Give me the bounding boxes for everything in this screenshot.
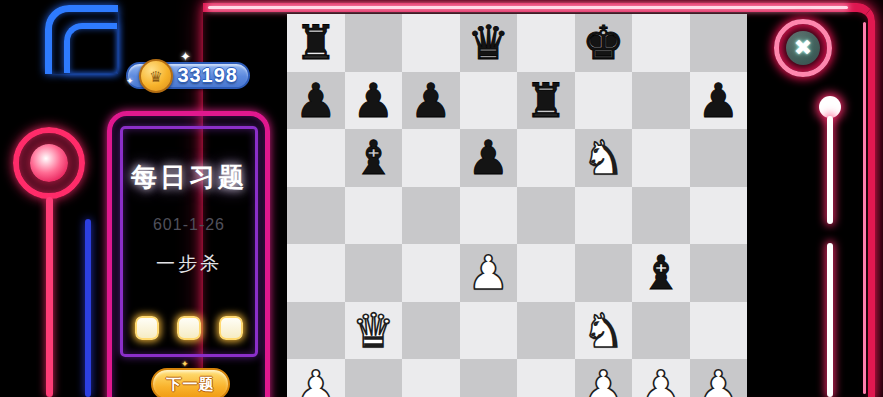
square-c7[interactable]: ♟ xyxy=(402,72,460,130)
square-h8[interactable] xyxy=(690,14,748,72)
square-c5[interactable] xyxy=(402,187,460,245)
square-a2[interactable]: ♟ xyxy=(287,359,345,397)
square-e4[interactable] xyxy=(517,244,575,302)
chess-board: ♜♛♚♟♟♟♜♟♝♟♞♟♝♛♞♟♟♟♟ xyxy=(287,14,747,397)
square-g7[interactable] xyxy=(632,72,690,130)
square-f6[interactable]: ♞ xyxy=(575,129,633,187)
reward-slot xyxy=(219,316,243,340)
sparkle-icon: ✦ xyxy=(180,49,191,64)
square-g5[interactable] xyxy=(632,187,690,245)
square-h4[interactable] xyxy=(690,244,748,302)
black-rook: ♜ xyxy=(295,19,337,66)
neon-circle-glow xyxy=(30,144,68,182)
square-b4[interactable] xyxy=(345,244,403,302)
square-g2[interactable]: ♟ xyxy=(632,359,690,397)
square-g3[interactable] xyxy=(632,302,690,360)
close-icon: ✖ xyxy=(786,31,820,65)
black-pawn: ♟ xyxy=(295,77,337,124)
sparkle-icon: ✦ xyxy=(126,76,134,86)
square-b5[interactable] xyxy=(345,187,403,245)
black-pawn: ♟ xyxy=(697,77,739,124)
coin-balance: 33198 xyxy=(177,64,238,87)
square-d6[interactable]: ♟ xyxy=(460,129,518,187)
square-b2[interactable] xyxy=(345,359,403,397)
square-d4[interactable]: ♟ xyxy=(460,244,518,302)
white-pawn: ♟ xyxy=(295,364,337,397)
black-king: ♚ xyxy=(582,19,624,66)
close-button[interactable]: ✖ xyxy=(774,19,832,77)
square-h3[interactable] xyxy=(690,302,748,360)
square-d3[interactable] xyxy=(460,302,518,360)
white-knight: ♞ xyxy=(582,307,624,354)
square-h7[interactable]: ♟ xyxy=(690,72,748,130)
square-c6[interactable] xyxy=(402,129,460,187)
square-h2[interactable]: ♟ xyxy=(690,359,748,397)
neon-white-line xyxy=(827,243,833,397)
white-pawn: ♟ xyxy=(697,364,739,397)
neon-pink-stem xyxy=(46,197,53,397)
square-h5[interactable] xyxy=(690,187,748,245)
next-puzzle-label: 下一题 xyxy=(167,375,215,394)
white-queen: ♛ xyxy=(352,307,394,354)
square-e8[interactable] xyxy=(517,14,575,72)
blue-corner-bracket-inner xyxy=(64,23,117,73)
square-f8[interactable]: ♚ xyxy=(575,14,633,72)
black-pawn: ♟ xyxy=(467,134,509,181)
square-g4[interactable]: ♝ xyxy=(632,244,690,302)
neon-top-bar-core xyxy=(208,6,848,9)
square-f4[interactable] xyxy=(575,244,633,302)
square-f2[interactable]: ♟ xyxy=(575,359,633,397)
square-b7[interactable]: ♟ xyxy=(345,72,403,130)
next-puzzle-button[interactable]: 下一题 xyxy=(151,368,230,397)
neon-white-dot xyxy=(819,96,841,118)
square-a6[interactable] xyxy=(287,129,345,187)
square-c4[interactable] xyxy=(402,244,460,302)
square-e3[interactable] xyxy=(517,302,575,360)
white-knight: ♞ xyxy=(582,134,624,181)
square-f3[interactable]: ♞ xyxy=(575,302,633,360)
reward-slot xyxy=(135,316,159,340)
square-e5[interactable] xyxy=(517,187,575,245)
square-f7[interactable] xyxy=(575,72,633,130)
square-d5[interactable] xyxy=(460,187,518,245)
square-e6[interactable] xyxy=(517,129,575,187)
square-e7[interactable]: ♜ xyxy=(517,72,575,130)
square-d2[interactable] xyxy=(460,359,518,397)
white-pawn: ♟ xyxy=(640,364,682,397)
square-a3[interactable] xyxy=(287,302,345,360)
black-bishop: ♝ xyxy=(352,134,394,181)
square-b6[interactable]: ♝ xyxy=(345,129,403,187)
square-b3[interactable]: ♛ xyxy=(345,302,403,360)
square-a4[interactable] xyxy=(287,244,345,302)
puzzle-mode: 一步杀 xyxy=(120,251,258,277)
panel-title: 每日习题 xyxy=(120,160,258,195)
black-pawn: ♟ xyxy=(410,77,452,124)
white-pawn: ♟ xyxy=(467,249,509,296)
app-window: 33198 ♛ ✦ ✦ 每日习题 601-1-26 一步杀 ✦ 下一题 ♜♛♚♟… xyxy=(0,0,883,397)
neon-blue-line xyxy=(85,219,91,397)
reward-slots xyxy=(120,316,258,340)
puzzle-code: 601-1-26 xyxy=(120,216,258,234)
square-a7[interactable]: ♟ xyxy=(287,72,345,130)
square-c8[interactable] xyxy=(402,14,460,72)
black-pawn: ♟ xyxy=(352,77,394,124)
white-pawn: ♟ xyxy=(582,364,624,397)
reward-slot xyxy=(177,316,201,340)
square-b8[interactable] xyxy=(345,14,403,72)
black-bishop: ♝ xyxy=(640,249,682,296)
square-g8[interactable] xyxy=(632,14,690,72)
square-h6[interactable] xyxy=(690,129,748,187)
square-c2[interactable] xyxy=(402,359,460,397)
neon-right-line-core xyxy=(863,22,866,394)
coin-icon: ♛ xyxy=(139,59,173,93)
square-d7[interactable] xyxy=(460,72,518,130)
square-d8[interactable]: ♛ xyxy=(460,14,518,72)
square-e2[interactable] xyxy=(517,359,575,397)
square-a8[interactable]: ♜ xyxy=(287,14,345,72)
black-queen: ♛ xyxy=(467,19,509,66)
square-g6[interactable] xyxy=(632,129,690,187)
neon-white-line xyxy=(827,116,833,224)
square-f5[interactable] xyxy=(575,187,633,245)
black-rook: ♜ xyxy=(525,77,567,124)
square-c3[interactable] xyxy=(402,302,460,360)
square-a5[interactable] xyxy=(287,187,345,245)
